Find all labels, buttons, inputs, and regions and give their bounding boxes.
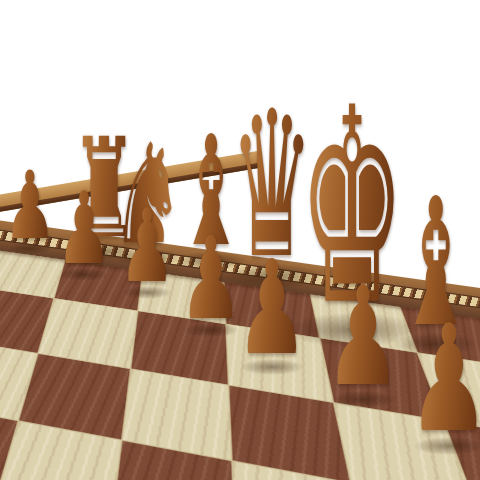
piece-g7-pawn[interactable]: ♟ xyxy=(408,305,480,453)
chess-set-photo: ♟♜♟♞♟♝♟♛♟♚♟♝♟ xyxy=(0,0,480,480)
piece-c7-pawn[interactable]: ♟ xyxy=(119,196,175,297)
piece-f7-pawn[interactable]: ♟ xyxy=(325,268,401,405)
piece-d7-pawn[interactable]: ♟ xyxy=(179,222,242,336)
piece-a7-pawn[interactable]: ♟ xyxy=(4,159,56,253)
piece-e7-pawn[interactable]: ♟ xyxy=(236,243,308,373)
piece-b7-pawn[interactable]: ♟ xyxy=(56,179,112,279)
